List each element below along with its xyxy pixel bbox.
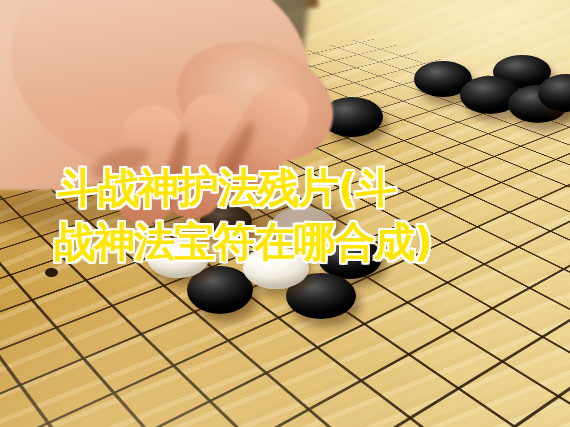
- hand: [0, 0, 570, 427]
- go-board-photo: 斗战神护法残片(斗 战神法宝符在哪合成): [0, 0, 570, 427]
